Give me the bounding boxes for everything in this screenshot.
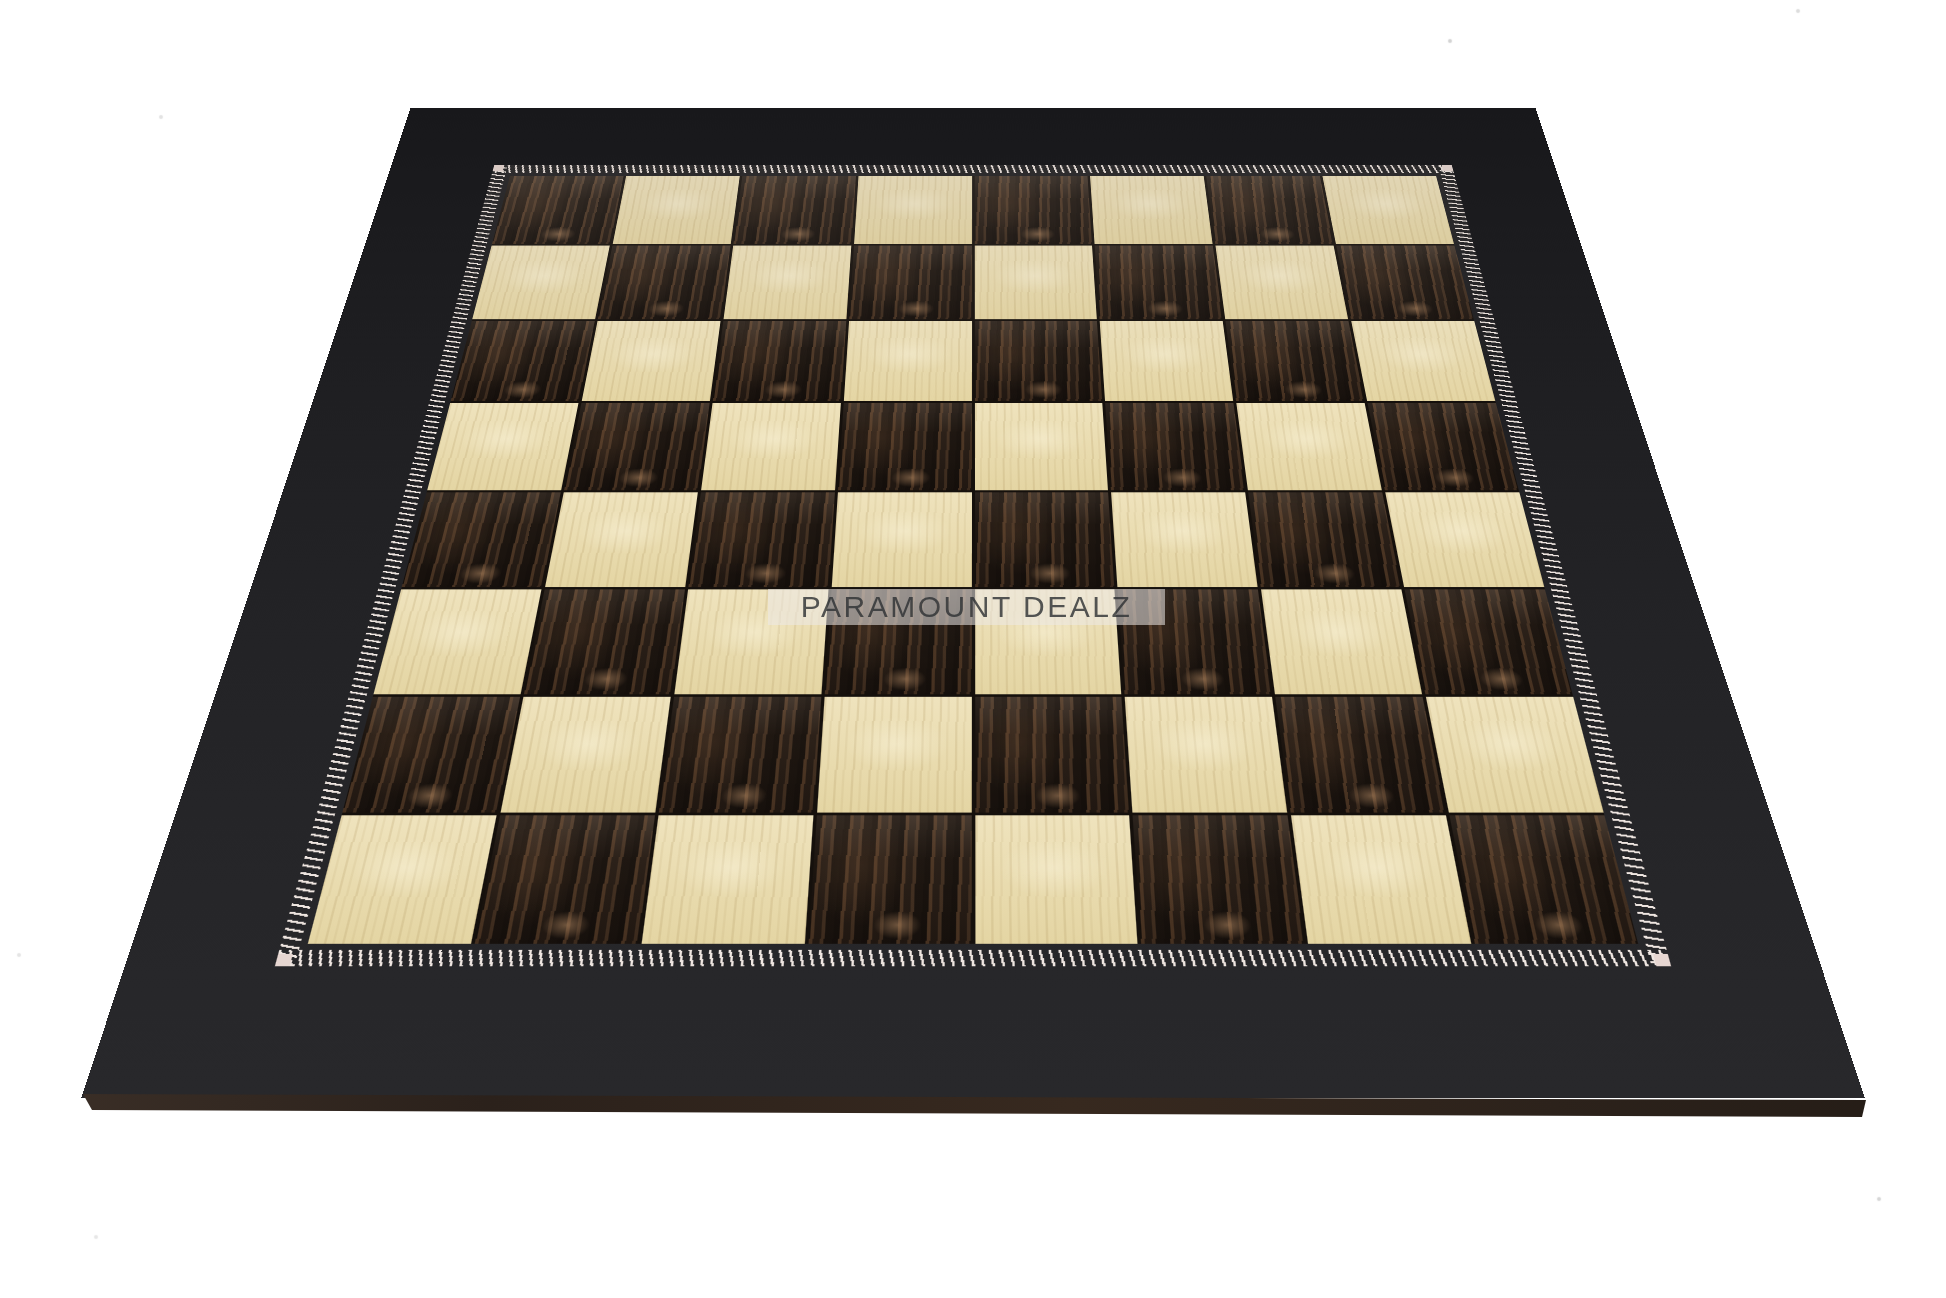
square-f4 bbox=[1111, 492, 1257, 587]
square-d8 bbox=[854, 176, 972, 244]
watermark-banner: PARAMOUNT DEALZ bbox=[768, 589, 1165, 625]
square-g5 bbox=[1237, 403, 1382, 490]
square-g4 bbox=[1248, 492, 1401, 587]
square-a3 bbox=[373, 590, 541, 695]
square-e5 bbox=[974, 403, 1108, 490]
inlay-border-bottom bbox=[275, 950, 1671, 966]
square-a4 bbox=[402, 492, 561, 587]
square-b6 bbox=[582, 321, 721, 401]
square-b7 bbox=[598, 245, 731, 319]
square-a8 bbox=[492, 176, 623, 244]
watermark-text: PARAMOUNT DEALZ bbox=[801, 590, 1132, 624]
square-h1 bbox=[1450, 815, 1639, 943]
square-d1 bbox=[808, 815, 971, 943]
playing-field bbox=[275, 165, 1671, 966]
square-g3 bbox=[1261, 590, 1422, 695]
square-c2 bbox=[659, 697, 821, 813]
inlay-border-top bbox=[492, 165, 1454, 173]
square-d2 bbox=[817, 697, 972, 813]
square-a6 bbox=[451, 321, 595, 401]
square-c7 bbox=[723, 245, 851, 319]
square-h7 bbox=[1336, 245, 1473, 319]
square-e6 bbox=[974, 321, 1102, 401]
square-f2 bbox=[1125, 697, 1287, 813]
square-h6 bbox=[1351, 321, 1495, 401]
square-h5 bbox=[1368, 403, 1519, 490]
square-h3 bbox=[1405, 590, 1573, 695]
square-h8 bbox=[1322, 176, 1453, 244]
square-g1 bbox=[1291, 815, 1471, 943]
square-c1 bbox=[641, 815, 813, 943]
product-photo: PARAMOUNT DEALZ bbox=[0, 0, 1946, 1298]
square-d6 bbox=[844, 321, 972, 401]
square-g6 bbox=[1226, 321, 1365, 401]
square-c5 bbox=[701, 403, 841, 490]
square-h4 bbox=[1385, 492, 1544, 587]
square-b4 bbox=[545, 492, 698, 587]
square-f6 bbox=[1100, 321, 1233, 401]
square-e4 bbox=[975, 492, 1115, 587]
square-b3 bbox=[524, 590, 685, 695]
square-c4 bbox=[688, 492, 834, 587]
square-b2 bbox=[500, 697, 670, 813]
square-g2 bbox=[1276, 697, 1446, 813]
square-f5 bbox=[1105, 403, 1245, 490]
square-b8 bbox=[613, 176, 740, 244]
square-g8 bbox=[1206, 176, 1333, 244]
square-g7 bbox=[1216, 245, 1349, 319]
square-f8 bbox=[1090, 176, 1212, 244]
square-f1 bbox=[1133, 815, 1305, 943]
square-d7 bbox=[849, 245, 972, 319]
square-b5 bbox=[564, 403, 709, 490]
square-c6 bbox=[713, 321, 846, 401]
dust-specks bbox=[0, 0, 2, 2]
square-c8 bbox=[733, 176, 855, 244]
square-f7 bbox=[1095, 245, 1223, 319]
inlay-corner-top-left bbox=[493, 165, 505, 171]
square-h2 bbox=[1426, 697, 1604, 813]
square-d4 bbox=[831, 492, 971, 587]
square-e1 bbox=[975, 815, 1138, 943]
square-d5 bbox=[838, 403, 972, 490]
square-a2 bbox=[342, 697, 520, 813]
square-a1 bbox=[308, 815, 497, 943]
board-grid bbox=[308, 176, 1638, 944]
square-a7 bbox=[472, 245, 609, 319]
square-e7 bbox=[974, 245, 1097, 319]
square-a5 bbox=[427, 403, 578, 490]
square-b1 bbox=[475, 815, 655, 943]
square-e8 bbox=[974, 176, 1092, 244]
inlay-corner-bottom-right bbox=[1653, 954, 1671, 966]
inlay-corner-top-right bbox=[1442, 165, 1454, 171]
square-e2 bbox=[975, 697, 1130, 813]
